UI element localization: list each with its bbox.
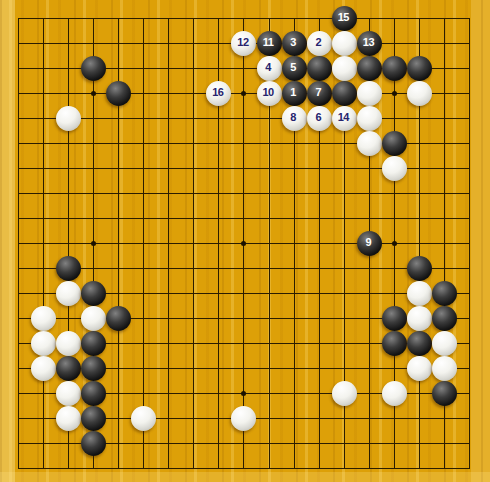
black-stone: 3 [282, 31, 307, 56]
black-stone: 1 [282, 81, 307, 106]
move-number: 2 [315, 37, 321, 48]
white-stone: 12 [231, 31, 256, 56]
grid-line [469, 18, 470, 469]
board-edge [0, 472, 490, 482]
black-stone [382, 331, 407, 356]
white-stone [231, 406, 256, 431]
white-stone [56, 331, 81, 356]
black-stone [307, 56, 332, 81]
white-stone [407, 81, 432, 106]
white-stone [407, 356, 432, 381]
white-stone [56, 106, 81, 131]
white-stone [332, 381, 357, 406]
star-point [241, 91, 246, 96]
black-stone [382, 306, 407, 331]
white-stone: 16 [206, 81, 231, 106]
black-stone [407, 256, 432, 281]
white-stone: 10 [257, 81, 282, 106]
black-stone [382, 56, 407, 81]
white-stone [31, 331, 56, 356]
black-stone [106, 306, 131, 331]
black-stone [81, 381, 106, 406]
black-stone [81, 331, 106, 356]
move-number: 9 [366, 237, 372, 248]
move-number: 7 [315, 87, 321, 98]
white-stone [31, 306, 56, 331]
white-stone: 2 [307, 31, 332, 56]
white-stone [432, 356, 457, 381]
white-stone [382, 156, 407, 181]
black-stone: 15 [332, 6, 357, 31]
white-stone: 6 [307, 106, 332, 131]
black-stone [357, 56, 382, 81]
black-stone: 9 [357, 231, 382, 256]
black-stone [332, 81, 357, 106]
black-stone [81, 406, 106, 431]
black-stone [432, 381, 457, 406]
star-point [91, 241, 96, 246]
white-stone [407, 306, 432, 331]
white-stone [81, 306, 106, 331]
white-stone [432, 331, 457, 356]
move-number: 14 [338, 112, 349, 123]
white-stone [131, 406, 156, 431]
black-stone: 13 [357, 31, 382, 56]
white-stone [332, 56, 357, 81]
white-stone [31, 356, 56, 381]
move-number: 11 [263, 37, 274, 48]
black-stone [432, 281, 457, 306]
move-number: 6 [315, 112, 321, 123]
white-stone [56, 381, 81, 406]
black-stone [56, 356, 81, 381]
star-point [241, 391, 246, 396]
white-stone [382, 381, 407, 406]
move-number: 5 [290, 62, 296, 73]
black-stone [81, 281, 106, 306]
star-point [241, 241, 246, 246]
black-stone [407, 56, 432, 81]
white-stone [56, 406, 81, 431]
black-stone [407, 331, 432, 356]
black-stone [56, 256, 81, 281]
move-number: 13 [363, 37, 374, 48]
star-point [91, 91, 96, 96]
white-stone: 8 [282, 106, 307, 131]
go-board[interactable]: 15121132134516101786149 [0, 0, 490, 482]
move-number: 3 [290, 37, 296, 48]
white-stone [357, 81, 382, 106]
black-stone [432, 306, 457, 331]
white-stone [56, 281, 81, 306]
black-stone [81, 431, 106, 456]
black-stone [106, 81, 131, 106]
move-number: 10 [262, 87, 273, 98]
move-number: 4 [265, 62, 271, 73]
grid-line [18, 468, 471, 469]
black-stone [81, 356, 106, 381]
star-point [392, 91, 397, 96]
move-number: 8 [290, 112, 296, 123]
black-stone: 7 [307, 81, 332, 106]
white-stone [407, 281, 432, 306]
move-number: 15 [338, 12, 349, 23]
move-number: 1 [290, 87, 296, 98]
white-stone: 14 [332, 106, 357, 131]
star-point [392, 241, 397, 246]
white-stone [332, 31, 357, 56]
black-stone [382, 131, 407, 156]
white-stone: 4 [257, 56, 282, 81]
white-stone [357, 131, 382, 156]
white-stone [357, 106, 382, 131]
black-stone: 5 [282, 56, 307, 81]
move-number: 12 [237, 37, 248, 48]
black-stone: 11 [257, 31, 282, 56]
black-stone [81, 56, 106, 81]
move-number: 16 [212, 87, 223, 98]
grid-line [18, 268, 471, 269]
